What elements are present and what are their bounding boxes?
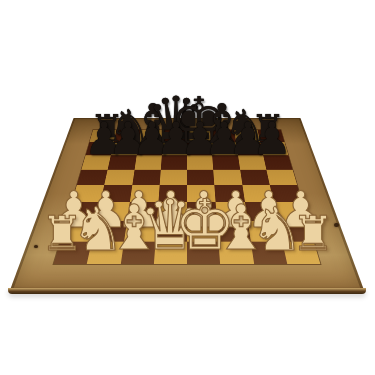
wood-knot-right — [334, 223, 339, 227]
white-rook-h1[interactable]: ♜ — [291, 209, 334, 257]
board-front-edge — [8, 288, 366, 294]
chess-set-photo: ♜♞♝♛♚♝♞♜♟♟♟♟♟♟♟♟♟♟♟♟♟♟♟♟♜♞♝♛♚♝♞♜ — [0, 0, 375, 375]
black-pawn-h7[interactable]: ♟ — [252, 116, 292, 161]
pieces-layer: ♜♞♝♛♚♝♞♜♟♟♟♟♟♟♟♟♟♟♟♟♟♟♟♟♜♞♝♛♚♝♞♜ — [0, 0, 375, 375]
wood-knot-left — [34, 245, 38, 248]
